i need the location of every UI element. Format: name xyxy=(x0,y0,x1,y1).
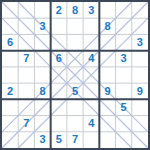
sudoku-cells-layer: 2833863764328599574357 xyxy=(2,2,148,148)
cell-r6c5[interactable]: 5 xyxy=(67,83,83,99)
cell-r3c4[interactable] xyxy=(51,34,67,50)
cell-r4c4[interactable]: 6 xyxy=(51,51,67,67)
cell-r9c2[interactable] xyxy=(18,132,34,148)
given-digit: 8 xyxy=(39,86,45,97)
cell-r5c5[interactable] xyxy=(67,67,83,83)
given-digit: 4 xyxy=(88,53,94,64)
cell-r4c3[interactable] xyxy=(34,51,50,67)
given-digit: 3 xyxy=(39,134,45,145)
given-digit: 2 xyxy=(7,86,13,97)
cell-r9c8[interactable] xyxy=(116,132,132,148)
cell-r7c3[interactable] xyxy=(34,99,50,115)
given-digit: 7 xyxy=(23,53,29,64)
cell-r5c6[interactable] xyxy=(83,67,99,83)
cell-r3c2[interactable] xyxy=(18,34,34,50)
given-digit: 5 xyxy=(56,134,62,145)
cell-r6c3[interactable]: 8 xyxy=(34,83,50,99)
argyle-sudoku-board: 2833863764328599574357 xyxy=(0,0,150,150)
cell-r5c4[interactable] xyxy=(51,67,67,83)
cell-r8c8[interactable] xyxy=(116,116,132,132)
cell-r3c9[interactable]: 3 xyxy=(132,34,148,50)
cell-r8c6[interactable]: 4 xyxy=(83,116,99,132)
cell-r1c5[interactable]: 8 xyxy=(67,2,83,18)
cell-r2c7[interactable]: 8 xyxy=(99,18,115,34)
cell-r1c9[interactable] xyxy=(132,2,148,18)
cell-r3c3[interactable] xyxy=(34,34,50,50)
given-digit: 6 xyxy=(7,37,13,48)
cell-r6c9[interactable]: 9 xyxy=(132,83,148,99)
cell-r7c4[interactable] xyxy=(51,99,67,115)
cell-r8c4[interactable] xyxy=(51,116,67,132)
cell-r8c5[interactable] xyxy=(67,116,83,132)
given-digit: 3 xyxy=(88,5,94,16)
cell-r7c6[interactable] xyxy=(83,99,99,115)
cell-r6c2[interactable] xyxy=(18,83,34,99)
cell-r5c3[interactable] xyxy=(34,67,50,83)
cell-r4c7[interactable] xyxy=(99,51,115,67)
given-digit: 2 xyxy=(56,5,62,16)
cell-r9c9[interactable] xyxy=(132,132,148,148)
cell-r7c9[interactable] xyxy=(132,99,148,115)
given-digit: 4 xyxy=(88,118,94,129)
given-digit: 9 xyxy=(137,86,143,97)
cell-r9c3[interactable]: 3 xyxy=(34,132,50,148)
cell-r2c4[interactable] xyxy=(51,18,67,34)
cell-r7c5[interactable] xyxy=(67,99,83,115)
cell-r1c4[interactable]: 2 xyxy=(51,2,67,18)
given-digit: 5 xyxy=(72,86,78,97)
given-digit: 5 xyxy=(121,102,127,113)
cell-r2c5[interactable] xyxy=(67,18,83,34)
cell-r5c8[interactable] xyxy=(116,67,132,83)
given-digit: 3 xyxy=(121,53,127,64)
cell-r1c6[interactable]: 3 xyxy=(83,2,99,18)
given-digit: 6 xyxy=(56,53,62,64)
cell-r1c8[interactable] xyxy=(116,2,132,18)
cell-r7c7[interactable] xyxy=(99,99,115,115)
cell-r4c9[interactable] xyxy=(132,51,148,67)
cell-r6c1[interactable]: 2 xyxy=(2,83,18,99)
cell-r1c3[interactable] xyxy=(34,2,50,18)
given-digit: 3 xyxy=(137,37,143,48)
cell-r5c2[interactable] xyxy=(18,67,34,83)
cell-r2c9[interactable] xyxy=(132,18,148,34)
cell-r7c2[interactable] xyxy=(18,99,34,115)
given-digit: 7 xyxy=(23,118,29,129)
cell-r2c8[interactable] xyxy=(116,18,132,34)
cell-r3c7[interactable] xyxy=(99,34,115,50)
cell-r2c2[interactable] xyxy=(18,18,34,34)
cell-r7c1[interactable] xyxy=(2,99,18,115)
cell-r8c2[interactable]: 7 xyxy=(18,116,34,132)
given-digit: 7 xyxy=(72,134,78,145)
cell-r3c6[interactable] xyxy=(83,34,99,50)
cell-r6c7[interactable]: 9 xyxy=(99,83,115,99)
cell-r3c8[interactable] xyxy=(116,34,132,50)
cell-r8c1[interactable] xyxy=(2,116,18,132)
given-digit: 8 xyxy=(104,21,110,32)
cell-r5c9[interactable] xyxy=(132,67,148,83)
cell-r2c6[interactable] xyxy=(83,18,99,34)
cell-r6c6[interactable] xyxy=(83,83,99,99)
cell-r5c1[interactable] xyxy=(2,67,18,83)
cell-r1c7[interactable] xyxy=(99,2,115,18)
cell-r1c1[interactable] xyxy=(2,2,18,18)
cell-r3c5[interactable] xyxy=(67,34,83,50)
cell-r9c4[interactable]: 5 xyxy=(51,132,67,148)
cell-r4c8[interactable]: 3 xyxy=(116,51,132,67)
cell-r8c7[interactable] xyxy=(99,116,115,132)
cell-r2c1[interactable] xyxy=(2,18,18,34)
cell-r4c5[interactable] xyxy=(67,51,83,67)
cell-r9c5[interactable]: 7 xyxy=(67,132,83,148)
cell-r4c1[interactable] xyxy=(2,51,18,67)
given-digit: 3 xyxy=(39,21,45,32)
cell-r8c3[interactable] xyxy=(34,116,50,132)
cell-r3c1[interactable]: 6 xyxy=(2,34,18,50)
cell-r9c7[interactable] xyxy=(99,132,115,148)
cell-r7c8[interactable]: 5 xyxy=(116,99,132,115)
cell-r5c7[interactable] xyxy=(99,67,115,83)
cell-r4c2[interactable]: 7 xyxy=(18,51,34,67)
cell-r1c2[interactable] xyxy=(18,2,34,18)
given-digit: 8 xyxy=(72,5,78,16)
cell-r9c6[interactable] xyxy=(83,132,99,148)
cell-r6c4[interactable] xyxy=(51,83,67,99)
cell-r9c1[interactable] xyxy=(2,132,18,148)
given-digit: 9 xyxy=(104,86,110,97)
cell-r4c6[interactable]: 4 xyxy=(83,51,99,67)
cell-r8c9[interactable] xyxy=(132,116,148,132)
cell-r2c3[interactable]: 3 xyxy=(34,18,50,34)
cell-r6c8[interactable] xyxy=(116,83,132,99)
